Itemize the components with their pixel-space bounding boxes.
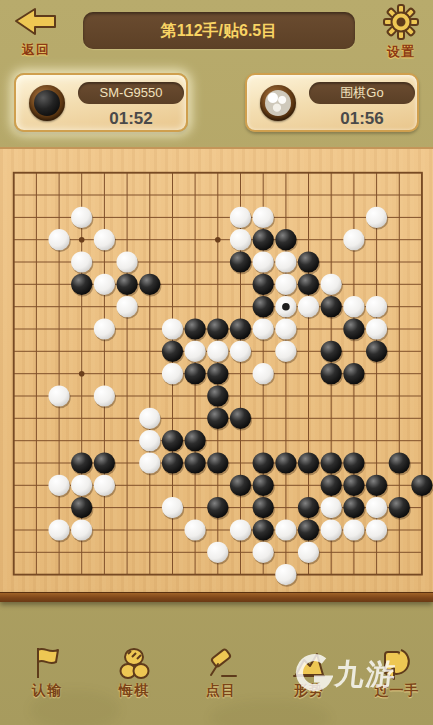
undo-button[interactable]: 悔棋 xyxy=(99,645,169,703)
stone-white xyxy=(275,274,296,295)
stone-black xyxy=(343,497,364,518)
gear-icon xyxy=(383,4,419,40)
stone-black xyxy=(343,363,364,384)
stone-black xyxy=(207,363,228,384)
stone-white xyxy=(139,452,160,473)
stone-black xyxy=(71,497,92,518)
stone-white xyxy=(343,296,364,317)
stone-white xyxy=(321,519,342,540)
stone-black xyxy=(298,452,319,473)
player-panel-white: 围棋Go 01:56 xyxy=(245,73,419,132)
stone-black xyxy=(207,318,228,339)
stone-white xyxy=(298,542,319,563)
move-title: 第112手/贴6.5目 xyxy=(83,12,355,49)
stone-white xyxy=(275,564,296,585)
stone-black xyxy=(207,452,228,473)
stone-black xyxy=(389,497,410,518)
player-clock-black: 01:52 xyxy=(78,109,184,129)
stone-white xyxy=(230,341,251,362)
stone-black xyxy=(389,452,410,473)
stone-white xyxy=(298,296,319,317)
stone-white xyxy=(366,519,387,540)
stone-white xyxy=(207,542,228,563)
stone-black xyxy=(253,229,274,250)
stone-white xyxy=(253,251,274,272)
pass-label: 过一手 xyxy=(362,682,432,700)
stone-white xyxy=(343,519,364,540)
count-button[interactable]: 点目 xyxy=(186,645,256,703)
stone-black xyxy=(321,452,342,473)
stone-black xyxy=(343,452,364,473)
stone-white xyxy=(185,519,206,540)
stone-white xyxy=(139,408,160,429)
stone-white xyxy=(117,251,138,272)
player-name-black: SM-G9550 xyxy=(78,82,184,104)
stone-black xyxy=(253,519,274,540)
last-move-marker xyxy=(282,303,290,311)
stone-white xyxy=(366,207,387,228)
stone-black xyxy=(366,475,387,496)
player-name-white: 围棋Go xyxy=(309,82,415,104)
stone-white xyxy=(94,229,115,250)
stone-white xyxy=(207,341,228,362)
stone-white xyxy=(275,251,296,272)
background-decoration xyxy=(210,700,330,725)
stone-black xyxy=(275,452,296,473)
stone-white xyxy=(49,519,70,540)
stone-white xyxy=(117,296,138,317)
stone-black xyxy=(298,251,319,272)
stones-icon xyxy=(116,645,152,681)
background-decoration xyxy=(30,690,120,725)
stone-black xyxy=(411,475,432,496)
player-clock-white: 01:56 xyxy=(309,109,415,129)
stone-black xyxy=(207,385,228,406)
player-panel-black: SM-G9550 01:52 xyxy=(14,73,188,132)
stone-white xyxy=(49,229,70,250)
stone-black xyxy=(343,475,364,496)
stone-black xyxy=(366,341,387,362)
stone-white xyxy=(321,274,342,295)
stone-white xyxy=(49,475,70,496)
stone-black xyxy=(94,452,115,473)
stone-white xyxy=(275,318,296,339)
stone-black xyxy=(162,430,183,451)
stone-black xyxy=(207,497,228,518)
stone-black xyxy=(230,318,251,339)
stone-black xyxy=(185,363,206,384)
stone-black xyxy=(298,519,319,540)
flag-icon xyxy=(29,645,65,681)
stone-white xyxy=(275,341,296,362)
pass-button[interactable]: 过一手 xyxy=(362,645,432,703)
settings-label: 设置 xyxy=(375,43,427,61)
stone-black xyxy=(253,452,274,473)
board-grid-and-stones[interactable] xyxy=(0,149,433,594)
star-point xyxy=(79,237,85,243)
stone-white xyxy=(71,207,92,228)
stone-white xyxy=(94,274,115,295)
gavel-icon xyxy=(203,645,239,681)
board-front-edge xyxy=(0,592,433,602)
stone-black xyxy=(253,274,274,295)
stone-black xyxy=(298,497,319,518)
stone-black xyxy=(321,475,342,496)
stone-white xyxy=(230,519,251,540)
stone-black xyxy=(321,363,342,384)
stone-white xyxy=(94,385,115,406)
stone-black xyxy=(162,452,183,473)
stone-white xyxy=(162,363,183,384)
stone-black xyxy=(117,274,138,295)
stone-white xyxy=(366,296,387,317)
stone-white xyxy=(366,497,387,518)
back-arrow-icon xyxy=(13,6,59,38)
white-stones-bowl-avatar xyxy=(260,85,296,121)
stone-black xyxy=(298,274,319,295)
stone-white xyxy=(253,318,274,339)
stone-black xyxy=(230,475,251,496)
stone-white xyxy=(253,207,274,228)
stone-white xyxy=(71,475,92,496)
go-board[interactable] xyxy=(0,147,433,592)
stone-black xyxy=(321,341,342,362)
stone-white xyxy=(321,497,342,518)
stone-black xyxy=(185,318,206,339)
stone-black xyxy=(162,341,183,362)
stone-white xyxy=(162,497,183,518)
stone-white xyxy=(230,207,251,228)
star-point xyxy=(79,371,85,377)
stone-white xyxy=(94,475,115,496)
stone-black xyxy=(343,318,364,339)
stone-white xyxy=(94,318,115,339)
star-point xyxy=(215,237,221,243)
stone-black xyxy=(71,274,92,295)
back-label: 返回 xyxy=(10,41,62,59)
stone-black xyxy=(185,430,206,451)
stone-black xyxy=(253,497,274,518)
stone-black xyxy=(207,408,228,429)
back-button[interactable]: 返回 xyxy=(10,6,62,59)
pass-move-icon xyxy=(379,645,415,681)
stone-white xyxy=(162,318,183,339)
stone-white xyxy=(139,430,160,451)
stone-black xyxy=(185,452,206,473)
stone-white xyxy=(253,363,274,384)
stone-white xyxy=(71,519,92,540)
trend-mountain-icon xyxy=(291,645,327,681)
stone-black xyxy=(321,296,342,317)
stone-white xyxy=(49,385,70,406)
stone-black xyxy=(139,274,160,295)
stone-black xyxy=(71,452,92,473)
situation-button[interactable]: 形势 xyxy=(274,645,344,703)
black-stones-bowl-avatar xyxy=(29,85,65,121)
stone-black xyxy=(253,475,274,496)
stone-white xyxy=(366,318,387,339)
go-app-screen: 返回 第112手/贴6.5目 设置 SM-G9550 01:52 围 xyxy=(0,0,433,725)
stone-white xyxy=(71,251,92,272)
situation-label: 形势 xyxy=(274,682,344,700)
stone-black xyxy=(275,229,296,250)
settings-button[interactable]: 设置 xyxy=(375,4,427,61)
stone-white xyxy=(343,229,364,250)
stone-black xyxy=(253,296,274,317)
stone-black xyxy=(230,408,251,429)
stone-white xyxy=(230,229,251,250)
stone-white xyxy=(275,519,296,540)
stone-white xyxy=(253,542,274,563)
count-label: 点目 xyxy=(186,682,256,700)
stone-white xyxy=(185,341,206,362)
stone-black xyxy=(230,251,251,272)
